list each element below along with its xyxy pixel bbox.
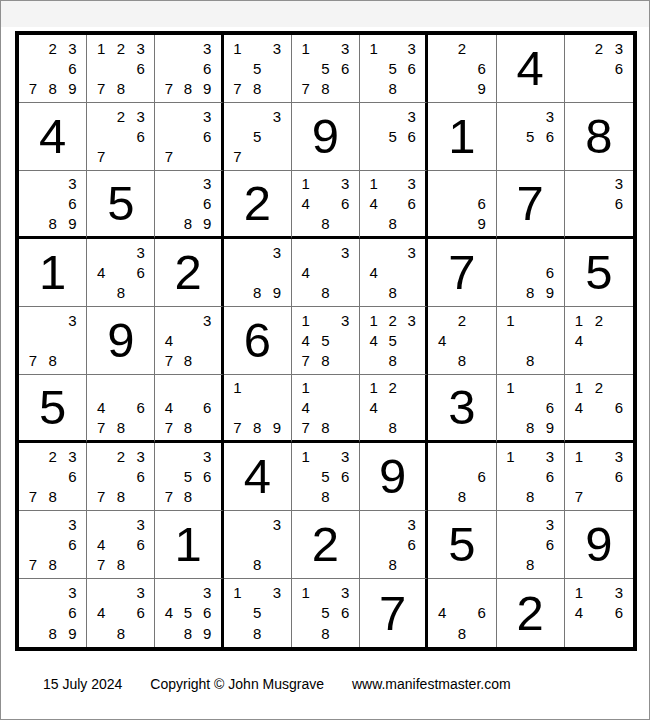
pencil-mark-4: 4	[159, 398, 178, 418]
cell-r2c8[interactable]: 356	[497, 103, 565, 171]
pencil-mark-8: 8	[179, 417, 198, 437]
pencil-mark-2	[520, 242, 540, 262]
pencil-mark-7	[23, 623, 43, 644]
pencil-mark-7	[159, 623, 178, 644]
pencil-mark-8: 8	[111, 487, 131, 507]
pencil-marks: 135678	[292, 35, 359, 102]
pencil-mark-8	[452, 79, 472, 99]
cell-r9c1[interactable]: 3689	[19, 579, 87, 647]
pencil-mark-6	[402, 398, 421, 418]
pencil-mark-3	[472, 582, 492, 603]
cell-r2c7[interactable]: 1	[428, 103, 496, 171]
pencil-mark-2	[43, 582, 63, 603]
cell-r8c7[interactable]: 5	[428, 511, 496, 579]
pencil-mark-3: 3	[62, 514, 82, 534]
pencil-mark-8	[589, 351, 609, 371]
pencil-mark-9: 9	[540, 417, 560, 437]
pencil-mark-7	[364, 283, 383, 303]
pencil-mark-6	[335, 330, 355, 350]
pencil-marks: 36	[565, 171, 633, 236]
pencil-mark-2: 2	[43, 446, 63, 466]
pencil-mark-9	[62, 487, 82, 507]
pencil-mark-1	[23, 174, 43, 194]
pencil-mark-8	[589, 623, 609, 644]
placed-digit: 4	[19, 103, 86, 170]
pencil-mark-9	[335, 623, 355, 644]
pencil-mark-9	[62, 555, 82, 575]
pencil-mark-3: 3	[131, 514, 151, 534]
cell-r6c8[interactable]: 1689	[497, 375, 565, 443]
placed-digit: 7	[497, 171, 564, 236]
pencil-mark-9	[402, 351, 421, 371]
pencil-mark-3: 3	[131, 106, 151, 126]
pencil-mark-9	[198, 351, 217, 371]
cell-r6c3[interactable]: 4678	[155, 375, 223, 443]
pencil-marks: 1367	[565, 443, 633, 510]
pencil-mark-6: 6	[335, 603, 355, 624]
pencil-mark-3: 3	[62, 582, 82, 603]
cell-r4c2[interactable]: 3468	[87, 239, 155, 307]
cell-r7c4[interactable]: 4	[224, 443, 292, 511]
pencil-mark-4	[432, 58, 452, 78]
cell-r4c9[interactable]: 5	[565, 239, 633, 307]
pencil-mark-1	[432, 38, 452, 58]
pencil-mark-9: 9	[267, 283, 287, 303]
pencil-mark-9	[609, 79, 629, 99]
pencil-mark-9	[131, 283, 151, 303]
pencil-mark-1: 1	[228, 378, 248, 398]
pencil-mark-2	[520, 514, 540, 534]
cell-r8c4[interactable]: 38	[224, 511, 292, 579]
pencil-mark-9: 9	[472, 79, 492, 99]
pencil-mark-2	[520, 310, 540, 330]
cell-r6c6[interactable]: 1248	[360, 375, 428, 443]
pencil-mark-4	[432, 194, 452, 214]
pencil-mark-5	[520, 534, 540, 554]
placed-digit: 6	[224, 307, 291, 374]
pencil-mark-8: 8	[316, 417, 336, 437]
pencil-marks: 1346	[565, 579, 633, 647]
pencil-mark-7: 7	[23, 351, 43, 371]
pencil-mark-7: 7	[159, 351, 178, 371]
pencil-mark-9	[267, 79, 287, 99]
cell-r6c2[interactable]: 4678	[87, 375, 155, 443]
pencil-mark-5	[179, 398, 198, 418]
pencil-mark-2	[179, 38, 198, 58]
pencil-mark-7	[159, 213, 178, 233]
placed-digit: 3	[428, 375, 495, 440]
pencil-marks: 236	[565, 35, 633, 102]
cell-r7c7[interactable]: 68	[428, 443, 496, 511]
pencil-mark-3	[131, 378, 151, 398]
pencil-mark-7: 7	[91, 79, 111, 99]
pencil-marks: 348	[292, 239, 359, 306]
pencil-mark-7	[432, 487, 452, 507]
pencil-mark-1	[364, 242, 383, 262]
cell-r5c9[interactable]: 124	[565, 307, 633, 375]
cell-r5c8[interactable]: 18	[497, 307, 565, 375]
pencil-mark-4: 4	[569, 398, 589, 418]
pencil-mark-8: 8	[452, 487, 472, 507]
pencil-mark-4: 4	[364, 330, 383, 350]
pencil-mark-2	[316, 310, 336, 330]
pencil-mark-6: 6	[131, 466, 151, 486]
pencil-mark-1	[228, 514, 248, 534]
pencil-mark-8: 8	[247, 555, 267, 575]
cell-r5c2[interactable]: 9	[87, 307, 155, 375]
pencil-mark-4	[296, 466, 316, 486]
footer-date: 15 July 2024	[43, 676, 122, 692]
pencil-mark-8: 8	[383, 213, 402, 233]
cell-r3c5[interactable]: 13468	[292, 171, 360, 239]
pencil-mark-8: 8	[43, 79, 63, 99]
cell-r4c1[interactable]: 1	[19, 239, 87, 307]
pencil-marks: 1358	[224, 579, 291, 647]
cell-r9c4[interactable]: 1358	[224, 579, 292, 647]
cell-r5c6[interactable]: 123458	[360, 307, 428, 375]
pencil-mark-9: 9	[198, 79, 217, 99]
pencil-mark-8	[589, 79, 609, 99]
cell-r7c9[interactable]: 1367	[565, 443, 633, 511]
pencil-mark-1	[159, 582, 178, 603]
pencil-mark-7	[569, 213, 589, 233]
pencil-marks: 269	[428, 35, 495, 102]
pencil-mark-1	[432, 310, 452, 330]
cell-r1c5[interactable]: 135678	[292, 35, 360, 103]
pencil-mark-2: 2	[111, 106, 131, 126]
pencil-mark-2: 2	[43, 38, 63, 58]
pencil-mark-7: 7	[91, 417, 111, 437]
cell-r3c3[interactable]: 3689	[155, 171, 223, 239]
pencil-marks: 3689	[155, 171, 220, 236]
cell-r4c3[interactable]: 2	[155, 239, 223, 307]
top-strip	[1, 1, 649, 27]
pencil-mark-2	[247, 106, 267, 126]
pencil-mark-6	[267, 262, 287, 282]
pencil-mark-3: 3	[402, 174, 421, 194]
pencil-mark-3: 3	[198, 310, 217, 330]
pencil-marks: 36789	[155, 35, 220, 102]
pencil-mark-1	[159, 106, 178, 126]
cell-r4c6[interactable]: 348	[360, 239, 428, 307]
pencil-mark-9	[335, 417, 355, 437]
pencil-mark-1	[91, 514, 111, 534]
pencil-mark-9	[402, 213, 421, 233]
pencil-mark-3: 3	[131, 446, 151, 466]
pencil-mark-7: 7	[23, 79, 43, 99]
pencil-mark-1	[159, 174, 178, 194]
cell-r6c4[interactable]: 1789	[224, 375, 292, 443]
pencil-mark-8: 8	[111, 417, 131, 437]
pencil-mark-1	[296, 242, 316, 262]
pencil-mark-9	[402, 555, 421, 575]
pencil-mark-1: 1	[569, 446, 589, 466]
pencil-mark-4	[228, 534, 248, 554]
pencil-mark-1: 1	[91, 38, 111, 58]
cell-r1c9[interactable]: 236	[565, 35, 633, 103]
pencil-mark-2	[383, 106, 402, 126]
cell-r3c8[interactable]: 7	[497, 171, 565, 239]
pencil-mark-9	[267, 623, 287, 644]
pencil-mark-3: 3	[267, 514, 287, 534]
cell-r7c6[interactable]: 9	[360, 443, 428, 511]
pencil-mark-5	[520, 466, 540, 486]
cell-r7c1[interactable]: 23678	[19, 443, 87, 511]
cell-r2c9[interactable]: 8	[565, 103, 633, 171]
pencil-mark-2	[43, 514, 63, 534]
pencil-marks: 34678	[87, 511, 154, 578]
pencil-mark-9	[267, 555, 287, 575]
cell-r5c1[interactable]: 378	[19, 307, 87, 375]
pencil-mark-6: 6	[472, 58, 492, 78]
placed-digit: 2	[224, 171, 291, 236]
pencil-mark-3: 3	[609, 446, 629, 466]
cell-r2c4[interactable]: 357	[224, 103, 292, 171]
cell-r9c3[interactable]: 345689	[155, 579, 223, 647]
cell-r5c4[interactable]: 6	[224, 307, 292, 375]
cell-r5c5[interactable]: 134578	[292, 307, 360, 375]
cell-r8c8[interactable]: 368	[497, 511, 565, 579]
pencil-mark-5	[383, 534, 402, 554]
pencil-mark-8	[589, 417, 609, 437]
pencil-mark-7: 7	[228, 147, 248, 167]
cell-r9c7[interactable]: 468	[428, 579, 496, 647]
pencil-mark-5: 5	[316, 58, 336, 78]
pencil-marks: 236789	[19, 35, 86, 102]
pencil-mark-7: 7	[159, 79, 178, 99]
pencil-marks: 3468	[87, 239, 154, 306]
pencil-mark-9	[131, 417, 151, 437]
cell-r5c7[interactable]: 248	[428, 307, 496, 375]
pencil-mark-4	[569, 194, 589, 214]
pencil-mark-1	[159, 310, 178, 330]
pencil-mark-3: 3	[267, 582, 287, 603]
pencil-mark-5	[452, 58, 472, 78]
pencil-mark-2	[111, 582, 131, 603]
cell-r4c5[interactable]: 348	[292, 239, 360, 307]
cell-r2c5[interactable]: 9	[292, 103, 360, 171]
pencil-mark-9	[472, 623, 492, 644]
cell-r2c3[interactable]: 367	[155, 103, 223, 171]
pencil-mark-3	[609, 378, 629, 398]
pencil-mark-2: 2	[589, 38, 609, 58]
cell-r7c3[interactable]: 35678	[155, 443, 223, 511]
pencil-marks: 35678	[155, 443, 220, 510]
cell-r7c8[interactable]: 1368	[497, 443, 565, 511]
footer-copyright: Copyright © John Musgrave	[150, 676, 324, 692]
pencil-marks: 468	[428, 579, 495, 647]
pencil-mark-6: 6	[131, 534, 151, 554]
pencil-mark-4	[23, 534, 43, 554]
cell-r9c5[interactable]: 13568	[292, 579, 360, 647]
pencil-mark-1: 1	[228, 582, 248, 603]
pencil-mark-8: 8	[316, 283, 336, 303]
pencil-mark-8: 8	[43, 213, 63, 233]
pencil-mark-2	[316, 242, 336, 262]
pencil-mark-5: 5	[383, 330, 402, 350]
pencil-mark-9	[540, 487, 560, 507]
footer-website[interactable]: www.manifestmaster.com	[352, 676, 511, 692]
pencil-mark-2: 2	[452, 310, 472, 330]
cell-r9c2[interactable]: 3468	[87, 579, 155, 647]
pencil-mark-6: 6	[335, 58, 355, 78]
cell-r8c3[interactable]: 1	[155, 511, 223, 579]
pencil-mark-4: 4	[91, 534, 111, 554]
cell-r9c9[interactable]: 1346	[565, 579, 633, 647]
cell-r8c1[interactable]: 3678	[19, 511, 87, 579]
cell-r6c7[interactable]: 3	[428, 375, 496, 443]
pencil-mark-5: 5	[179, 603, 198, 624]
pencil-mark-8: 8	[179, 623, 198, 644]
pencil-mark-9	[335, 283, 355, 303]
pencil-mark-7: 7	[296, 351, 316, 371]
pencil-mark-7	[228, 555, 248, 575]
cell-r7c5[interactable]: 13568	[292, 443, 360, 511]
pencil-mark-8: 8	[43, 351, 63, 371]
pencil-mark-6: 6	[402, 194, 421, 214]
cell-r8c9[interactable]: 9	[565, 511, 633, 579]
pencil-mark-2: 2	[111, 446, 131, 466]
pencil-marks: 4678	[87, 375, 154, 440]
pencil-marks: 13568	[360, 35, 425, 102]
pencil-mark-8: 8	[111, 623, 131, 644]
pencil-mark-9	[540, 555, 560, 575]
pencil-marks: 123678	[87, 35, 154, 102]
pencil-mark-8: 8	[520, 417, 540, 437]
pencil-mark-9	[335, 487, 355, 507]
cell-r8c5[interactable]: 2	[292, 511, 360, 579]
pencil-mark-1: 1	[296, 582, 316, 603]
pencil-mark-6	[267, 398, 287, 418]
cell-r3c6[interactable]: 13468	[360, 171, 428, 239]
pencil-mark-9	[62, 351, 82, 371]
pencil-mark-4	[23, 603, 43, 624]
pencil-mark-4: 4	[159, 603, 178, 624]
pencil-mark-9	[131, 487, 151, 507]
cell-r1c8[interactable]: 4	[497, 35, 565, 103]
placed-digit: 2	[292, 511, 359, 578]
cell-r4c8[interactable]: 689	[497, 239, 565, 307]
pencil-mark-9	[131, 147, 151, 167]
cell-r1c7[interactable]: 269	[428, 35, 496, 103]
pencil-mark-7	[296, 283, 316, 303]
pencil-marks: 23678	[87, 443, 154, 510]
pencil-mark-4	[364, 126, 383, 146]
pencil-mark-8: 8	[383, 351, 402, 371]
cell-r7c2[interactable]: 23678	[87, 443, 155, 511]
cell-r1c6[interactable]: 13568	[360, 35, 428, 103]
cell-r2c1[interactable]: 4	[19, 103, 87, 171]
cell-r2c2[interactable]: 2367	[87, 103, 155, 171]
pencil-mark-1	[501, 242, 521, 262]
cell-r5c3[interactable]: 3478	[155, 307, 223, 375]
cell-r4c4[interactable]: 389	[224, 239, 292, 307]
cell-r3c9[interactable]: 36	[565, 171, 633, 239]
pencil-mark-5	[589, 466, 609, 486]
cell-r1c3[interactable]: 36789	[155, 35, 223, 103]
pencil-mark-3	[198, 378, 217, 398]
pencil-mark-2: 2	[589, 378, 609, 398]
pencil-mark-5	[43, 534, 63, 554]
pencil-mark-7	[364, 351, 383, 371]
pencil-mark-5	[111, 58, 131, 78]
cell-r4c7[interactable]: 7	[428, 239, 496, 307]
pencil-mark-4: 4	[364, 262, 383, 282]
cell-r6c9[interactable]: 1246	[565, 375, 633, 443]
pencil-mark-2	[316, 582, 336, 603]
pencil-mark-9: 9	[62, 79, 82, 99]
pencil-mark-5	[43, 466, 63, 486]
pencil-mark-6	[540, 330, 560, 350]
cell-r2c6[interactable]: 356	[360, 103, 428, 171]
pencil-mark-4	[501, 466, 521, 486]
pencil-marks: 356	[497, 103, 564, 170]
pencil-mark-2: 2	[111, 38, 131, 58]
pencil-mark-6	[335, 262, 355, 282]
pencil-mark-2	[316, 378, 336, 398]
pencil-mark-5	[452, 194, 472, 214]
cell-r3c7[interactable]: 69	[428, 171, 496, 239]
pencil-mark-7	[364, 79, 383, 99]
placed-digit: 9	[87, 307, 154, 374]
pencil-mark-3: 3	[62, 38, 82, 58]
pencil-mark-8: 8	[316, 487, 336, 507]
pencil-mark-7: 7	[91, 555, 111, 575]
pencil-mark-7	[91, 623, 111, 644]
pencil-mark-2	[452, 174, 472, 194]
pencil-mark-8: 8	[383, 417, 402, 437]
pencil-mark-2	[316, 174, 336, 194]
pencil-mark-6: 6	[131, 398, 151, 418]
cell-r3c4[interactable]: 2	[224, 171, 292, 239]
pencil-mark-1: 1	[296, 174, 316, 194]
pencil-mark-9	[402, 79, 421, 99]
pencil-mark-4	[501, 262, 521, 282]
cell-r6c1[interactable]: 5	[19, 375, 87, 443]
cell-r9c6[interactable]: 7	[360, 579, 428, 647]
pencil-mark-7	[91, 283, 111, 303]
cell-r1c4[interactable]: 13578	[224, 35, 292, 103]
pencil-mark-3: 3	[402, 242, 421, 262]
pencil-mark-6: 6	[335, 194, 355, 214]
pencil-mark-3: 3	[609, 38, 629, 58]
pencil-mark-6: 6	[335, 466, 355, 486]
cell-r8c2[interactable]: 34678	[87, 511, 155, 579]
pencil-marks: 69	[428, 171, 495, 236]
cell-r1c1[interactable]: 236789	[19, 35, 87, 103]
pencil-mark-1: 1	[228, 38, 248, 58]
pencil-mark-5	[452, 603, 472, 624]
pencil-mark-6: 6	[609, 58, 629, 78]
cell-r6c5[interactable]: 1478	[292, 375, 360, 443]
placed-digit: 5	[87, 171, 154, 236]
pencil-mark-1	[432, 174, 452, 194]
placed-digit: 4	[224, 443, 291, 510]
pencil-mark-7	[501, 487, 521, 507]
cell-r8c6[interactable]: 368	[360, 511, 428, 579]
pencil-mark-4: 4	[91, 262, 111, 282]
cell-r1c2[interactable]: 123678	[87, 35, 155, 103]
pencil-mark-3	[472, 38, 492, 58]
pencil-mark-5	[383, 398, 402, 418]
cell-r3c2[interactable]: 5	[87, 171, 155, 239]
pencil-mark-1	[23, 446, 43, 466]
pencil-mark-1	[23, 514, 43, 534]
pencil-mark-7	[501, 147, 521, 167]
cell-r3c1[interactable]: 3689	[19, 171, 87, 239]
pencil-mark-1	[364, 514, 383, 534]
cell-r9c8[interactable]: 2	[497, 579, 565, 647]
